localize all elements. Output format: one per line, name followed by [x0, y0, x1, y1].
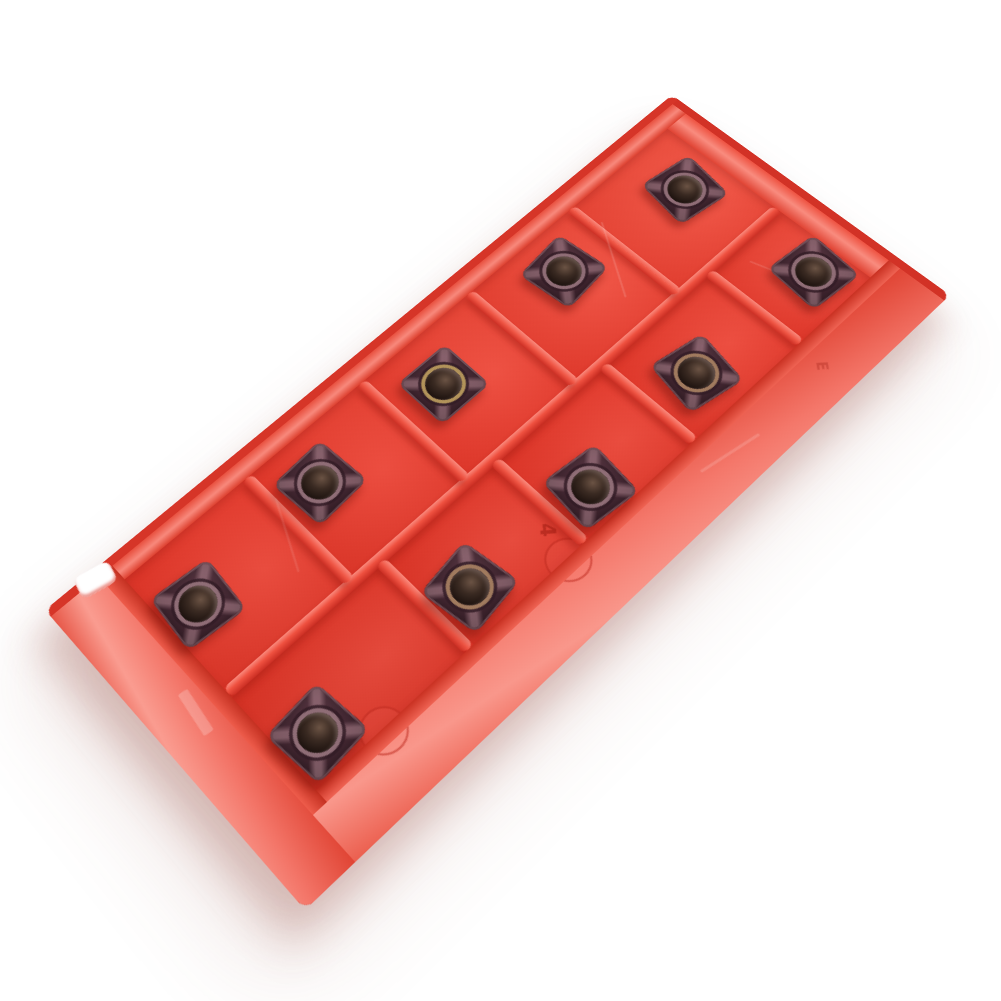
insert-center-hole	[670, 351, 723, 396]
molded-letter: E	[812, 361, 832, 371]
insert-center-hole	[660, 170, 709, 209]
molded-numeral: 4	[534, 522, 561, 538]
insert-center-hole	[171, 578, 225, 630]
red-insert-tray: 4 E	[45, 95, 950, 910]
insert-center-hole	[539, 251, 589, 292]
insert-center-hole	[293, 459, 346, 507]
product-photo-stage: 4 E	[0, 0, 1001, 1001]
insert-center-hole	[563, 463, 617, 512]
insert-center-hole	[788, 251, 840, 293]
insert-center-hole	[442, 561, 497, 613]
insert-center-hole	[289, 704, 347, 761]
insert-center-hole	[418, 361, 470, 406]
